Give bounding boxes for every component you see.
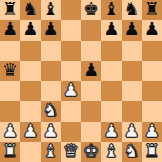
piece-black-knight[interactable]: ♞ [22, 0, 38, 19]
square-b8[interactable]: ♞ [20, 0, 40, 20]
square-d7[interactable] [61, 20, 81, 40]
square-a1[interactable]: ♜ [0, 142, 20, 162]
square-h6[interactable] [142, 41, 162, 61]
square-g2[interactable]: ♟ [122, 122, 142, 142]
square-c8[interactable]: ♝ [41, 0, 61, 20]
square-e5[interactable]: ♟ [81, 61, 101, 81]
square-h4[interactable] [142, 81, 162, 101]
square-h3[interactable] [142, 101, 162, 121]
piece-white-queen[interactable]: ♛ [63, 142, 79, 161]
piece-white-knight[interactable]: ♞ [43, 101, 59, 120]
piece-white-pawn[interactable]: ♟ [2, 122, 18, 141]
square-e1[interactable]: ♚ [81, 142, 101, 162]
square-d8[interactable] [61, 0, 81, 20]
square-b1[interactable] [20, 142, 40, 162]
piece-black-pawn[interactable]: ♟ [124, 20, 140, 39]
square-e4[interactable] [81, 81, 101, 101]
piece-white-knight[interactable]: ♞ [124, 142, 140, 161]
square-b4[interactable] [20, 81, 40, 101]
square-d6[interactable] [61, 41, 81, 61]
square-d2[interactable] [61, 122, 81, 142]
square-d3[interactable] [61, 101, 81, 121]
piece-black-king[interactable]: ♚ [83, 0, 99, 19]
square-c6[interactable] [41, 41, 61, 61]
piece-white-bishop[interactable]: ♝ [103, 142, 119, 161]
piece-white-pawn[interactable]: ♟ [103, 122, 119, 141]
piece-black-pawn[interactable]: ♟ [2, 20, 18, 39]
chess-board: ♜♞♝♚♝♞♜♟♟♟♟♟♟♛♟♟♞♟♟♟♟♟♟♜♝♛♚♝♞♜ [0, 0, 162, 162]
piece-black-bishop[interactable]: ♝ [103, 0, 119, 19]
square-b6[interactable] [20, 41, 40, 61]
piece-black-pawn[interactable]: ♟ [103, 20, 119, 39]
square-a4[interactable] [0, 81, 20, 101]
piece-white-rook[interactable]: ♜ [2, 142, 18, 161]
square-b2[interactable]: ♟ [20, 122, 40, 142]
square-b3[interactable] [20, 101, 40, 121]
square-a8[interactable]: ♜ [0, 0, 20, 20]
piece-white-pawn[interactable]: ♟ [43, 122, 59, 141]
piece-black-knight[interactable]: ♞ [124, 0, 140, 19]
square-f8[interactable]: ♝ [101, 0, 121, 20]
square-h8[interactable]: ♜ [142, 0, 162, 20]
piece-white-pawn[interactable]: ♟ [63, 81, 79, 100]
square-g1[interactable]: ♞ [122, 142, 142, 162]
square-e2[interactable] [81, 122, 101, 142]
square-c3[interactable]: ♞ [41, 101, 61, 121]
square-f7[interactable]: ♟ [101, 20, 121, 40]
square-f5[interactable] [101, 61, 121, 81]
square-h5[interactable] [142, 61, 162, 81]
square-c4[interactable] [41, 81, 61, 101]
square-c7[interactable]: ♟ [41, 20, 61, 40]
square-d5[interactable] [61, 61, 81, 81]
piece-white-king[interactable]: ♚ [83, 142, 99, 161]
piece-black-pawn[interactable]: ♟ [144, 20, 160, 39]
square-a5[interactable]: ♛ [0, 61, 20, 81]
piece-white-bishop[interactable]: ♝ [43, 142, 59, 161]
piece-white-rook[interactable]: ♜ [144, 142, 160, 161]
square-f3[interactable] [101, 101, 121, 121]
square-f2[interactable]: ♟ [101, 122, 121, 142]
square-g3[interactable] [122, 101, 142, 121]
piece-black-rook[interactable]: ♜ [2, 0, 18, 19]
square-b7[interactable]: ♟ [20, 20, 40, 40]
square-f1[interactable]: ♝ [101, 142, 121, 162]
square-g4[interactable] [122, 81, 142, 101]
square-a2[interactable]: ♟ [0, 122, 20, 142]
square-h2[interactable]: ♟ [142, 122, 162, 142]
piece-black-pawn[interactable]: ♟ [22, 20, 38, 39]
piece-white-pawn[interactable]: ♟ [144, 122, 160, 141]
square-a6[interactable] [0, 41, 20, 61]
piece-black-rook[interactable]: ♜ [144, 0, 160, 19]
square-e7[interactable] [81, 20, 101, 40]
piece-white-pawn[interactable]: ♟ [22, 122, 38, 141]
square-d1[interactable]: ♛ [61, 142, 81, 162]
square-a3[interactable] [0, 101, 20, 121]
square-f4[interactable] [101, 81, 121, 101]
square-g8[interactable]: ♞ [122, 0, 142, 20]
square-b5[interactable] [20, 61, 40, 81]
square-e6[interactable] [81, 41, 101, 61]
piece-black-bishop[interactable]: ♝ [43, 0, 59, 19]
square-c5[interactable] [41, 61, 61, 81]
square-g7[interactable]: ♟ [122, 20, 142, 40]
piece-black-pawn[interactable]: ♟ [83, 61, 99, 80]
piece-black-queen[interactable]: ♛ [2, 61, 18, 80]
square-h1[interactable]: ♜ [142, 142, 162, 162]
square-d4[interactable]: ♟ [61, 81, 81, 101]
piece-white-pawn[interactable]: ♟ [124, 122, 140, 141]
square-g6[interactable] [122, 41, 142, 61]
square-c2[interactable]: ♟ [41, 122, 61, 142]
square-e8[interactable]: ♚ [81, 0, 101, 20]
square-f6[interactable] [101, 41, 121, 61]
piece-black-pawn[interactable]: ♟ [43, 20, 59, 39]
square-c1[interactable]: ♝ [41, 142, 61, 162]
square-g5[interactable] [122, 61, 142, 81]
square-a7[interactable]: ♟ [0, 20, 20, 40]
square-e3[interactable] [81, 101, 101, 121]
square-h7[interactable]: ♟ [142, 20, 162, 40]
